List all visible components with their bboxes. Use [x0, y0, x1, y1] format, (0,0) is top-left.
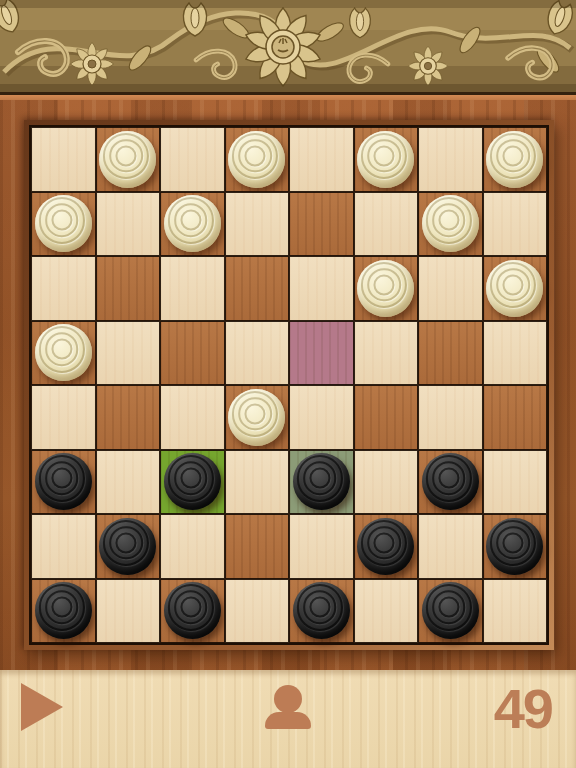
piece-ring: [244, 145, 265, 166]
square-7-1[interactable]: [96, 579, 161, 644]
square-4-4[interactable]: [289, 385, 354, 450]
square-3-6[interactable]: [418, 321, 483, 386]
square-3-7[interactable]: [483, 321, 548, 386]
piece-ring: [309, 468, 330, 489]
square-0-1[interactable]: [96, 127, 161, 192]
square-1-1[interactable]: [96, 192, 161, 257]
piece-ring: [373, 274, 394, 295]
piece-black-man[interactable]: [35, 453, 92, 510]
square-2-6[interactable]: [418, 256, 483, 321]
piece-white-man[interactable]: [228, 131, 285, 188]
square-7-7[interactable]: [483, 579, 548, 644]
piece-white-man[interactable]: [486, 260, 543, 317]
square-1-7[interactable]: [483, 192, 548, 257]
square-6-6[interactable]: [418, 514, 483, 579]
piece-ring: [51, 210, 72, 231]
piece-white-man[interactable]: [228, 389, 285, 446]
square-5-4[interactable]: [289, 450, 354, 515]
square-3-2[interactable]: [160, 321, 225, 386]
square-7-6[interactable]: [418, 579, 483, 644]
square-3-0[interactable]: [31, 321, 96, 386]
square-1-0[interactable]: [31, 192, 96, 257]
person-icon[interactable]: [265, 685, 311, 729]
carved-wood-banner: [0, 0, 576, 100]
square-2-2[interactable]: [160, 256, 225, 321]
piece-ring: [438, 468, 459, 489]
square-4-2[interactable]: [160, 385, 225, 450]
square-0-7[interactable]: [483, 127, 548, 192]
square-4-6[interactable]: [418, 385, 483, 450]
piece-ring: [502, 145, 523, 166]
piece-white-man[interactable]: [486, 131, 543, 188]
square-0-6[interactable]: [418, 127, 483, 192]
piece-black-man[interactable]: [35, 582, 92, 639]
piece-white-man[interactable]: [357, 260, 414, 317]
piece-ring: [373, 532, 394, 553]
square-6-2[interactable]: [160, 514, 225, 579]
piece-black-man[interactable]: [164, 453, 221, 510]
piece-white-man[interactable]: [164, 195, 221, 252]
piece-ring: [51, 468, 72, 489]
square-2-3[interactable]: [225, 256, 290, 321]
square-1-3[interactable]: [225, 192, 290, 257]
piece-black-man[interactable]: [99, 518, 156, 575]
square-5-3[interactable]: [225, 450, 290, 515]
square-0-3[interactable]: [225, 127, 290, 192]
piece-black-man[interactable]: [293, 453, 350, 510]
board-outer-frame: [0, 100, 576, 670]
piece-ring: [51, 339, 72, 360]
piece-white-man[interactable]: [357, 131, 414, 188]
move-counter: 49: [494, 676, 552, 741]
piece-ring: [438, 210, 459, 231]
piece-white-man[interactable]: [422, 195, 479, 252]
square-5-0[interactable]: [31, 450, 96, 515]
square-2-5[interactable]: [354, 256, 419, 321]
piece-ring: [373, 145, 394, 166]
square-6-0[interactable]: [31, 514, 96, 579]
board-bevel-frame: [24, 120, 554, 650]
square-6-3[interactable]: [225, 514, 290, 579]
piece-white-man[interactable]: [35, 324, 92, 381]
piece-ring: [115, 532, 136, 553]
square-5-1[interactable]: [96, 450, 161, 515]
square-5-2[interactable]: [160, 450, 225, 515]
square-0-0[interactable]: [31, 127, 96, 192]
square-7-2[interactable]: [160, 579, 225, 644]
piece-black-man[interactable]: [164, 582, 221, 639]
square-2-4[interactable]: [289, 256, 354, 321]
square-3-1[interactable]: [96, 321, 161, 386]
square-7-5[interactable]: [354, 579, 419, 644]
piece-black-man[interactable]: [293, 582, 350, 639]
square-1-5[interactable]: [354, 192, 419, 257]
piece-ring: [51, 597, 72, 618]
square-0-4[interactable]: [289, 127, 354, 192]
piece-ring: [244, 403, 265, 424]
square-4-3[interactable]: [225, 385, 290, 450]
square-2-1[interactable]: [96, 256, 161, 321]
square-3-5[interactable]: [354, 321, 419, 386]
person-icon-head: [274, 685, 302, 713]
person-icon-shoulders: [265, 712, 311, 729]
square-3-4[interactable]: [289, 321, 354, 386]
square-0-2[interactable]: [160, 127, 225, 192]
piece-black-man[interactable]: [422, 582, 479, 639]
square-4-5[interactable]: [354, 385, 419, 450]
square-1-6[interactable]: [418, 192, 483, 257]
square-7-3[interactable]: [225, 579, 290, 644]
piece-ring: [502, 274, 523, 295]
square-6-5[interactable]: [354, 514, 419, 579]
square-6-4[interactable]: [289, 514, 354, 579]
square-4-0[interactable]: [31, 385, 96, 450]
square-3-3[interactable]: [225, 321, 290, 386]
piece-ring: [438, 597, 459, 618]
square-7-0[interactable]: [31, 579, 96, 644]
piece-ring: [180, 468, 201, 489]
board: [29, 125, 549, 645]
square-2-0[interactable]: [31, 256, 96, 321]
piece-white-man[interactable]: [99, 131, 156, 188]
square-1-4[interactable]: [289, 192, 354, 257]
square-6-1[interactable]: [96, 514, 161, 579]
square-6-7[interactable]: [483, 514, 548, 579]
square-4-1[interactable]: [96, 385, 161, 450]
piece-ring: [180, 597, 201, 618]
square-5-7[interactable]: [483, 450, 548, 515]
piece-ring: [309, 597, 330, 618]
square-2-7[interactable]: [483, 256, 548, 321]
piece-ring: [180, 210, 201, 231]
square-0-5[interactable]: [354, 127, 419, 192]
piece-ring: [502, 532, 523, 553]
square-7-4[interactable]: [289, 579, 354, 644]
square-1-2[interactable]: [160, 192, 225, 257]
carved-floral-relief: [0, 0, 576, 92]
piece-black-man[interactable]: [486, 518, 543, 575]
bottom-toolbar: 49: [0, 670, 576, 768]
piece-white-man[interactable]: [35, 195, 92, 252]
square-4-7[interactable]: [483, 385, 548, 450]
square-5-6[interactable]: [418, 450, 483, 515]
square-5-5[interactable]: [354, 450, 419, 515]
piece-ring: [115, 145, 136, 166]
piece-black-man[interactable]: [422, 453, 479, 510]
play-icon[interactable]: [21, 683, 63, 731]
piece-black-man[interactable]: [357, 518, 414, 575]
